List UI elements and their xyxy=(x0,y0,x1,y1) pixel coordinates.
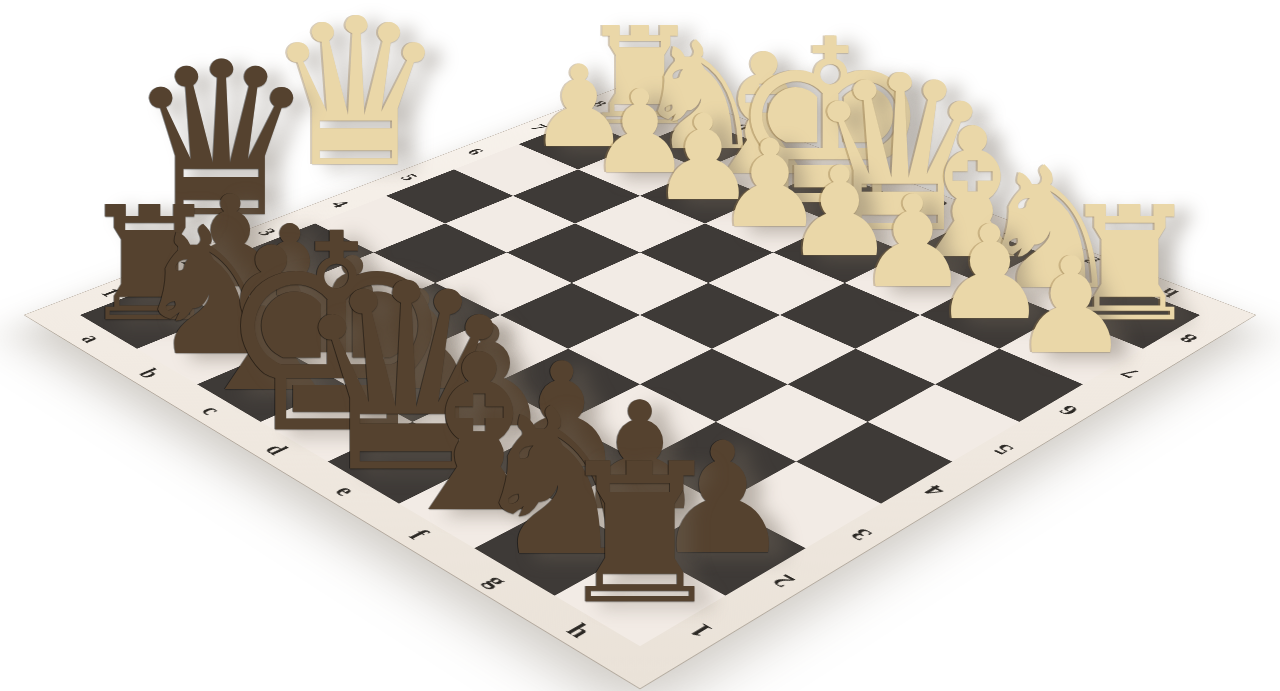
vinyl-chessboard-mat: 1122334455667788aabbccddeeffgghh xyxy=(25,79,1255,688)
chess-set-product-photo: 1122334455667788aabbccddeeffgghh ♜♞♝♚♛♝♞… xyxy=(0,0,1280,691)
